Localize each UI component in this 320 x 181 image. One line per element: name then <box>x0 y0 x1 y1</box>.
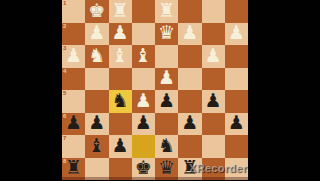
square-d4[interactable]: ♟ <box>155 68 178 91</box>
black-bishop-icon: ♝ <box>88 136 105 155</box>
square-g2[interactable]: ♟ <box>85 23 108 46</box>
square-f6[interactable] <box>109 113 132 136</box>
rank-label-6: 6 <box>63 113 66 120</box>
square-e5[interactable]: ♟ <box>132 90 155 113</box>
square-g5[interactable] <box>85 90 108 113</box>
white-pawn-icon: ♟ <box>158 68 175 87</box>
square-b6[interactable] <box>202 113 225 136</box>
square-h2[interactable]: 2 <box>62 23 85 46</box>
rank-label-3: 3 <box>63 45 66 52</box>
square-d2[interactable]: ♛ <box>155 23 178 46</box>
white-pawn-icon: ♟ <box>228 23 245 42</box>
square-b1[interactable] <box>202 0 225 23</box>
white-pawn-icon: ♟ <box>181 23 198 42</box>
white-knight-icon: ♞ <box>88 46 105 65</box>
white-rook-icon: ♜ <box>112 1 129 20</box>
square-d5[interactable]: ♟ <box>155 90 178 113</box>
white-bishop-icon: ♝ <box>112 46 129 65</box>
black-rook-icon: ♜ <box>65 158 82 177</box>
black-pawn-icon: ♟ <box>88 113 105 132</box>
letterbox-left <box>0 0 62 180</box>
square-g1[interactable]: ♚ <box>85 0 108 23</box>
square-g7[interactable]: ♝ <box>85 135 108 158</box>
video-frame: 1♚♜♜2♟♟♛♟♟3♟♞♝♝♟4♟5♞♟♟♟6♟♟♟♟♟7♝♟♞8♜♚♛♜ X… <box>0 0 320 180</box>
square-f2[interactable]: ♟ <box>109 23 132 46</box>
square-f3[interactable]: ♝ <box>109 45 132 68</box>
square-c4[interactable] <box>178 68 201 91</box>
square-a5[interactable] <box>225 90 248 113</box>
square-b3[interactable]: ♟ <box>202 45 225 68</box>
square-c1[interactable] <box>178 0 201 23</box>
square-f1[interactable]: ♜ <box>109 0 132 23</box>
square-d7[interactable]: ♞ <box>155 135 178 158</box>
white-pawn-icon: ♟ <box>205 46 222 65</box>
square-d8[interactable]: ♛ <box>155 158 178 181</box>
square-e6[interactable]: ♟ <box>132 113 155 136</box>
square-c7[interactable] <box>178 135 201 158</box>
square-b5[interactable]: ♟ <box>202 90 225 113</box>
square-c6[interactable]: ♟ <box>178 113 201 136</box>
rank-label-5: 5 <box>63 90 66 97</box>
black-pawn-icon: ♟ <box>205 91 222 110</box>
square-c3[interactable] <box>178 45 201 68</box>
square-h6[interactable]: 6♟ <box>62 113 85 136</box>
square-f4[interactable] <box>109 68 132 91</box>
square-c5[interactable] <box>178 90 201 113</box>
square-b2[interactable] <box>202 23 225 46</box>
black-pawn-icon: ♟ <box>158 91 175 110</box>
square-b4[interactable] <box>202 68 225 91</box>
square-e4[interactable] <box>132 68 155 91</box>
rank-label-1: 1 <box>63 0 66 7</box>
square-g8[interactable] <box>85 158 108 181</box>
square-f7[interactable]: ♟ <box>109 135 132 158</box>
square-a6[interactable]: ♟ <box>225 113 248 136</box>
rank-label-7: 7 <box>63 135 66 142</box>
square-g4[interactable] <box>85 68 108 91</box>
square-a2[interactable]: ♟ <box>225 23 248 46</box>
white-queen-icon: ♛ <box>158 23 175 42</box>
square-d1[interactable]: ♜ <box>155 0 178 23</box>
square-g3[interactable]: ♞ <box>85 45 108 68</box>
square-g6[interactable]: ♟ <box>85 113 108 136</box>
rank-label-4: 4 <box>63 68 66 75</box>
black-pawn-icon: ♟ <box>181 113 198 132</box>
black-king-icon: ♚ <box>135 158 152 177</box>
black-knight-icon: ♞ <box>158 136 175 155</box>
black-knight-icon: ♞ <box>112 91 129 110</box>
square-h3[interactable]: 3♟ <box>62 45 85 68</box>
white-king-icon: ♚ <box>88 1 105 20</box>
white-pawn-icon: ♟ <box>88 23 105 42</box>
white-pawn-icon: ♟ <box>65 46 82 65</box>
square-d3[interactable] <box>155 45 178 68</box>
square-f5[interactable]: ♞ <box>109 90 132 113</box>
black-pawn-icon: ♟ <box>135 113 152 132</box>
square-h5[interactable]: 5 <box>62 90 85 113</box>
square-c2[interactable]: ♟ <box>178 23 201 46</box>
recorder-watermark: XRecorder <box>189 162 247 174</box>
square-a4[interactable] <box>225 68 248 91</box>
square-e7[interactable] <box>132 135 155 158</box>
white-bishop-icon: ♝ <box>135 46 152 65</box>
black-pawn-icon: ♟ <box>65 113 82 132</box>
square-a1[interactable] <box>225 0 248 23</box>
square-e3[interactable]: ♝ <box>132 45 155 68</box>
square-h4[interactable]: 4 <box>62 68 85 91</box>
square-e2[interactable] <box>132 23 155 46</box>
black-pawn-icon: ♟ <box>112 136 129 155</box>
white-pawn-icon: ♟ <box>112 23 129 42</box>
letterbox-right <box>248 0 320 180</box>
square-a7[interactable] <box>225 135 248 158</box>
rank-label-2: 2 <box>63 23 66 30</box>
square-d6[interactable] <box>155 113 178 136</box>
black-pawn-icon: ♟ <box>228 113 245 132</box>
square-b7[interactable] <box>202 135 225 158</box>
white-rook-icon: ♜ <box>158 1 175 20</box>
square-h1[interactable]: 1 <box>62 0 85 23</box>
rank-label-8: 8 <box>63 158 66 165</box>
square-a3[interactable] <box>225 45 248 68</box>
white-pawn-icon: ♟ <box>135 91 152 110</box>
square-e1[interactable] <box>132 0 155 23</box>
square-h7[interactable]: 7 <box>62 135 85 158</box>
chess-board: 1♚♜♜2♟♟♛♟♟3♟♞♝♝♟4♟5♞♟♟♟6♟♟♟♟♟7♝♟♞8♜♚♛♜ <box>62 0 248 180</box>
black-queen-icon: ♛ <box>158 158 175 177</box>
square-h8[interactable]: 8♜ <box>62 158 85 181</box>
square-f8[interactable] <box>109 158 132 181</box>
square-e8[interactable]: ♚ <box>132 158 155 181</box>
